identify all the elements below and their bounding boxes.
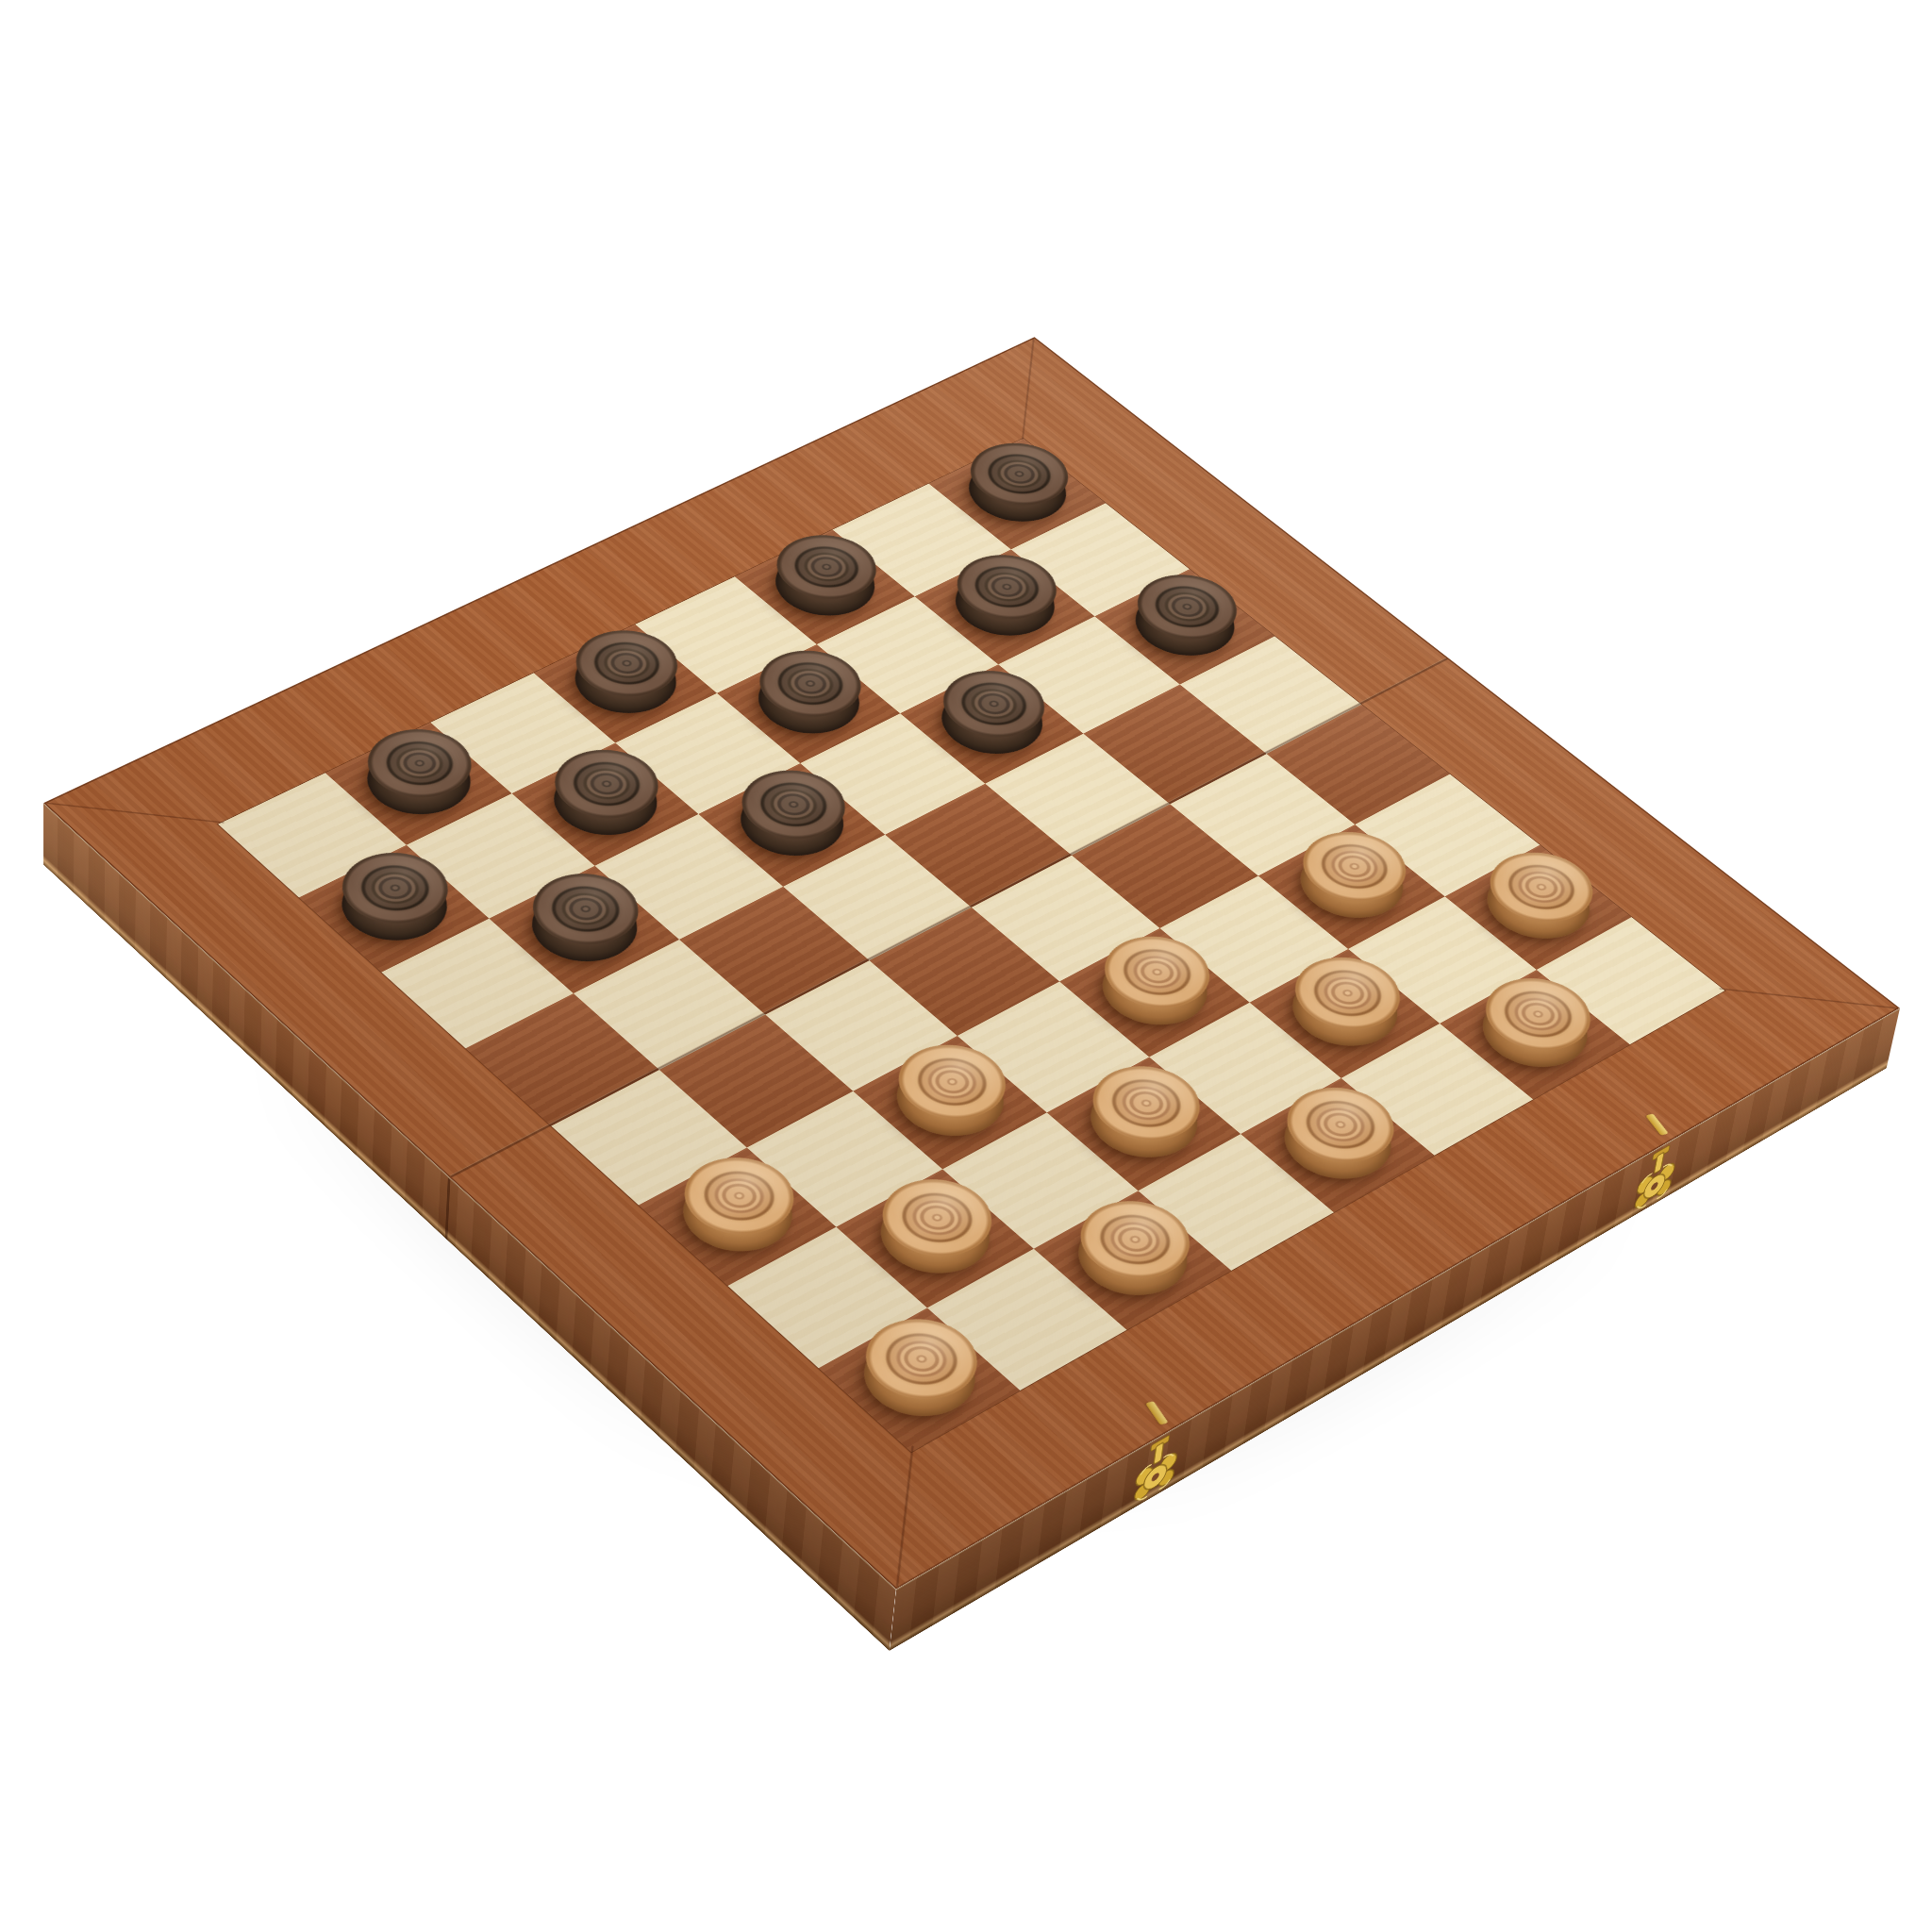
checker-top: ⛀	[1071, 1052, 1221, 1156]
fold-seam-side	[445, 1177, 451, 1240]
checker-light-piece[interactable]: ⛀	[1081, 941, 1228, 1041]
checker-dark-piece[interactable]: ⛂	[511, 878, 658, 977]
checker-light-piece[interactable]: ⛀	[1262, 1091, 1412, 1195]
checker-light-piece[interactable]: ⛀	[1069, 1070, 1219, 1174]
checker-light-piece[interactable]: ⛀	[661, 1161, 814, 1268]
checker-top: ⛀	[860, 1164, 1014, 1272]
checker-dark-piece[interactable]: ⛂	[321, 858, 468, 956]
checker-top: ⛂	[512, 860, 659, 959]
checker-top: ⛀	[877, 1030, 1027, 1133]
product-photo-scene: ⛂⛂⛀⛂⛀⛀⛂⛂⛀⛂⛀⛀⛂⛂⛀⛂⛀⛀⛂⛂⛀⛂⛀⛀	[0, 0, 1932, 1932]
checker-top: ⛂	[322, 839, 469, 937]
checker-top: ⛀	[1083, 923, 1230, 1023]
checker-top: ⛀	[1464, 964, 1611, 1064]
checkers-board: ⛂⛂⛀⛂⛀⛀⛂⛂⛀⛂⛀⛀⛂⛂⛀⛂⛀⛀⛂⛂⛀⛂⛀⛀	[43, 337, 1900, 1590]
checker-light-piece[interactable]: ⛀	[841, 1322, 997, 1433]
checker-light-piece[interactable]: ⛀	[875, 1049, 1025, 1152]
checker-top: ⛀	[1058, 1186, 1212, 1293]
checker-top: ⛀	[843, 1304, 1000, 1415]
checker-light-piece[interactable]: ⛀	[858, 1183, 1011, 1291]
checker-light-piece[interactable]: ⛀	[1271, 961, 1418, 1061]
checker-light-piece[interactable]: ⛀	[1057, 1205, 1209, 1312]
checker-top: ⛀	[662, 1142, 816, 1249]
checker-top: ⛀	[1265, 1073, 1415, 1176]
checker-light-piece[interactable]: ⛀	[1461, 982, 1608, 1082]
checker-top: ⛀	[1274, 943, 1421, 1043]
